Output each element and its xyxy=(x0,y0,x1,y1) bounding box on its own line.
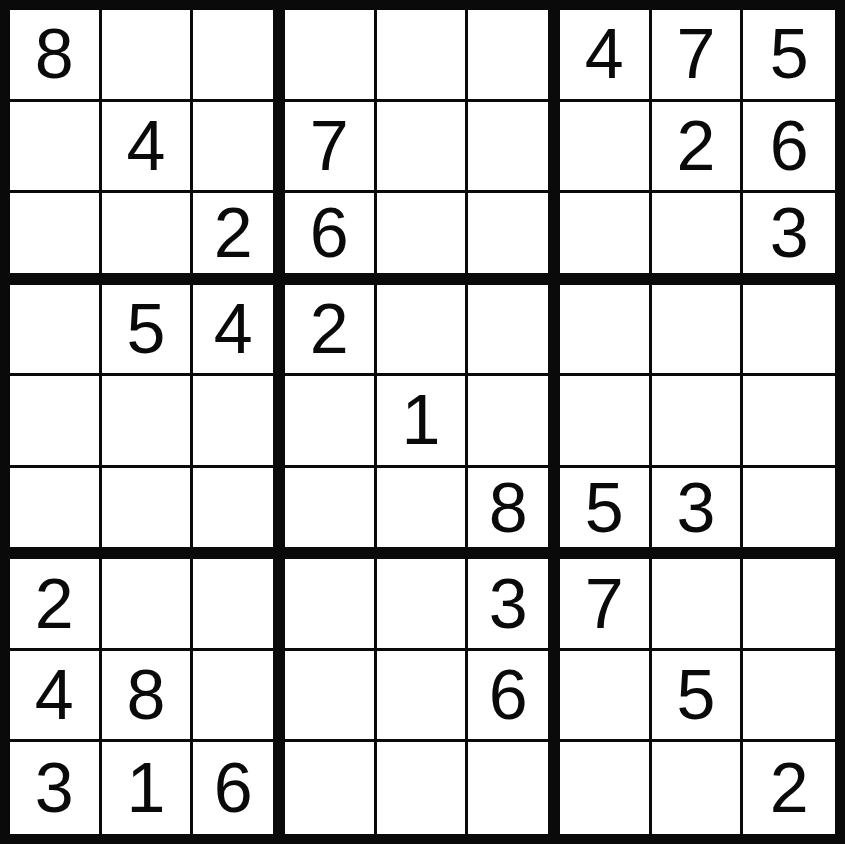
cell-r2c5[interactable] xyxy=(377,102,469,194)
cell-r9c8[interactable] xyxy=(652,742,744,834)
cell-r9c9[interactable]: 2 xyxy=(743,742,835,834)
cell-r3c9[interactable]: 3 xyxy=(743,193,835,285)
cell-r2c8[interactable]: 2 xyxy=(652,102,744,194)
sudoku-page: 84754726263542185323748653162 xyxy=(0,0,845,844)
cell-r8c9[interactable] xyxy=(743,651,835,743)
cell-r1c6[interactable] xyxy=(468,10,560,102)
cell-r8c7[interactable] xyxy=(560,651,652,743)
cell-r7c1[interactable]: 2 xyxy=(10,559,102,651)
cell-r7c2[interactable] xyxy=(102,559,194,651)
cell-r5c7[interactable] xyxy=(560,376,652,468)
cell-r3c2[interactable] xyxy=(102,193,194,285)
cell-r7c4[interactable] xyxy=(285,559,377,651)
cell-r4c5[interactable] xyxy=(377,285,469,377)
cell-r6c4[interactable] xyxy=(285,468,377,560)
cell-r6c3[interactable] xyxy=(193,468,285,560)
cell-r1c1[interactable]: 8 xyxy=(10,10,102,102)
cell-r9c2[interactable]: 1 xyxy=(102,742,194,834)
cell-r1c3[interactable] xyxy=(193,10,285,102)
cell-r9c6[interactable] xyxy=(468,742,560,834)
cell-r5c3[interactable] xyxy=(193,376,285,468)
cell-r8c2[interactable]: 8 xyxy=(102,651,194,743)
cell-r7c8[interactable] xyxy=(652,559,744,651)
cell-r2c7[interactable] xyxy=(560,102,652,194)
cell-r6c9[interactable] xyxy=(743,468,835,560)
cell-r7c3[interactable] xyxy=(193,559,285,651)
cell-r8c8[interactable]: 5 xyxy=(652,651,744,743)
cell-r5c2[interactable] xyxy=(102,376,194,468)
cell-r9c5[interactable] xyxy=(377,742,469,834)
cell-r5c4[interactable] xyxy=(285,376,377,468)
cell-r8c1[interactable]: 4 xyxy=(10,651,102,743)
cell-r2c2[interactable]: 4 xyxy=(102,102,194,194)
cell-r7c9[interactable] xyxy=(743,559,835,651)
cell-r6c2[interactable] xyxy=(102,468,194,560)
cell-r3c5[interactable] xyxy=(377,193,469,285)
cell-r8c4[interactable] xyxy=(285,651,377,743)
cell-r4c9[interactable] xyxy=(743,285,835,377)
cell-r2c1[interactable] xyxy=(10,102,102,194)
cell-r9c1[interactable]: 3 xyxy=(10,742,102,834)
cell-r6c6[interactable]: 8 xyxy=(468,468,560,560)
cell-r6c1[interactable] xyxy=(10,468,102,560)
cell-r2c9[interactable]: 6 xyxy=(743,102,835,194)
cell-r9c7[interactable] xyxy=(560,742,652,834)
cell-r3c4[interactable]: 6 xyxy=(285,193,377,285)
cell-r3c8[interactable] xyxy=(652,193,744,285)
cell-r7c7[interactable]: 7 xyxy=(560,559,652,651)
cell-r1c2[interactable] xyxy=(102,10,194,102)
cell-r5c9[interactable] xyxy=(743,376,835,468)
cell-r2c4[interactable]: 7 xyxy=(285,102,377,194)
cell-r3c7[interactable] xyxy=(560,193,652,285)
cell-r6c7[interactable]: 5 xyxy=(560,468,652,560)
cell-r2c3[interactable] xyxy=(193,102,285,194)
cell-r2c6[interactable] xyxy=(468,102,560,194)
cell-r6c8[interactable]: 3 xyxy=(652,468,744,560)
cell-r4c8[interactable] xyxy=(652,285,744,377)
cell-r9c3[interactable]: 6 xyxy=(193,742,285,834)
cell-r5c5[interactable]: 1 xyxy=(377,376,469,468)
cell-r3c3[interactable]: 2 xyxy=(193,193,285,285)
cell-r4c4[interactable]: 2 xyxy=(285,285,377,377)
cell-r3c6[interactable] xyxy=(468,193,560,285)
cell-r1c4[interactable] xyxy=(285,10,377,102)
cell-r5c8[interactable] xyxy=(652,376,744,468)
sudoku-board: 84754726263542185323748653162 xyxy=(0,0,845,844)
cell-r6c5[interactable] xyxy=(377,468,469,560)
cell-r1c7[interactable]: 4 xyxy=(560,10,652,102)
cell-r8c5[interactable] xyxy=(377,651,469,743)
cell-r1c5[interactable] xyxy=(377,10,469,102)
cell-r5c1[interactable] xyxy=(10,376,102,468)
cell-r3c1[interactable] xyxy=(10,193,102,285)
cell-r8c3[interactable] xyxy=(193,651,285,743)
cell-r5c6[interactable] xyxy=(468,376,560,468)
cell-r4c2[interactable]: 5 xyxy=(102,285,194,377)
cell-r1c9[interactable]: 5 xyxy=(743,10,835,102)
cell-r7c6[interactable]: 3 xyxy=(468,559,560,651)
cell-r4c3[interactable]: 4 xyxy=(193,285,285,377)
cell-r1c8[interactable]: 7 xyxy=(652,10,744,102)
cell-r4c1[interactable] xyxy=(10,285,102,377)
cell-r7c5[interactable] xyxy=(377,559,469,651)
cell-r9c4[interactable] xyxy=(285,742,377,834)
cell-r4c7[interactable] xyxy=(560,285,652,377)
cell-r8c6[interactable]: 6 xyxy=(468,651,560,743)
cell-r4c6[interactable] xyxy=(468,285,560,377)
